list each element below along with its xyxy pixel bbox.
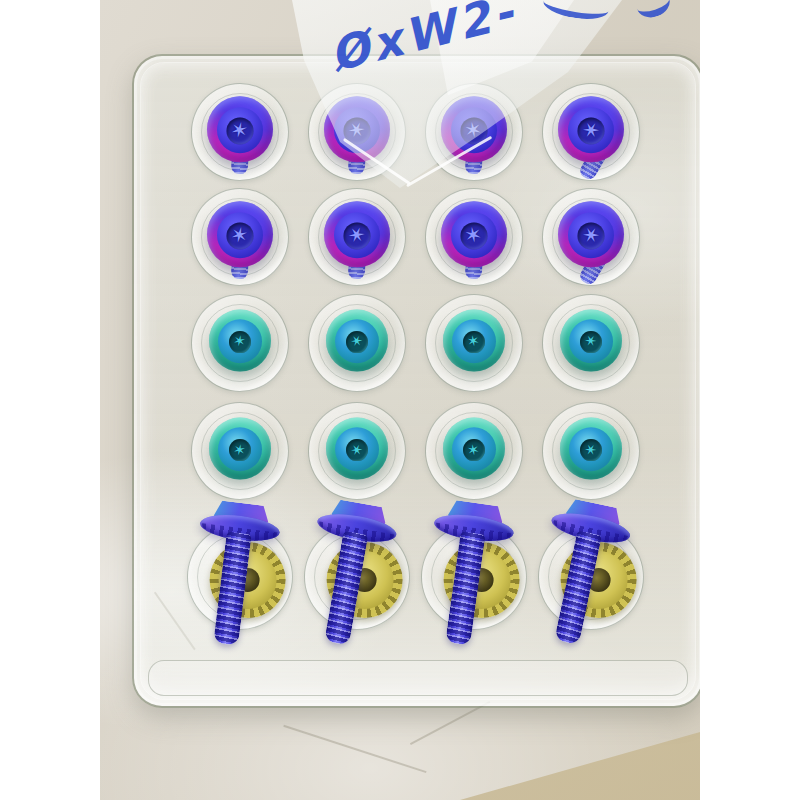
tray-cell xyxy=(298,507,415,647)
torx-recess: ✶ xyxy=(577,222,604,249)
torx-star-icon: ✶ xyxy=(344,223,369,249)
tray-cell xyxy=(415,507,532,647)
tray-cell xyxy=(532,507,649,647)
torx-star-icon: ✶ xyxy=(348,332,366,351)
tray-cell: ✶ xyxy=(181,80,298,184)
tray-cell: ✶ xyxy=(298,395,415,507)
torx-star-icon: ✶ xyxy=(581,332,600,351)
bolt-threaded-shaft xyxy=(445,531,485,645)
torx-recess: ✶ xyxy=(580,439,602,461)
tray-cell: ✶ xyxy=(415,395,532,507)
torx-recess: ✶ xyxy=(229,331,251,353)
torx-star-icon: ✶ xyxy=(348,441,366,460)
marble-scratch xyxy=(283,725,426,773)
tray-cell: ✶ xyxy=(298,184,415,290)
torx-star-icon: ✶ xyxy=(577,117,603,144)
torx-star-icon: ✶ xyxy=(466,333,481,350)
tray-cell: ✶ xyxy=(415,184,532,290)
torx-recess: ✶ xyxy=(229,439,251,461)
tray-cell: ✶ xyxy=(532,290,649,395)
tray-cell: ✶ xyxy=(532,395,649,507)
torx-recess: ✶ xyxy=(343,222,370,249)
bolt-threaded-shaft xyxy=(213,531,251,645)
tray-cell: ✶ xyxy=(415,290,532,395)
blue-flange-bolt xyxy=(411,497,521,658)
bolt-threaded-shaft xyxy=(324,531,368,646)
torx-recess: ✶ xyxy=(226,222,253,249)
tray-cell: ✶ xyxy=(532,184,649,290)
torx-recess: ✶ xyxy=(463,439,485,461)
handwriting-stroke xyxy=(633,0,674,22)
bolt-threaded-shaft xyxy=(554,530,602,645)
torx-recess: ✶ xyxy=(226,117,253,144)
torx-star-icon: ✶ xyxy=(466,442,481,459)
blue-flange-bolt xyxy=(179,498,287,658)
torx-recess: ✶ xyxy=(346,331,368,353)
torx-star-icon: ✶ xyxy=(463,224,484,248)
torx-recess: ✶ xyxy=(463,331,485,353)
torx-star-icon: ✶ xyxy=(229,224,251,248)
torx-recess: ✶ xyxy=(346,439,368,461)
torx-recess: ✶ xyxy=(580,331,602,353)
tray-cell: ✶ xyxy=(298,290,415,395)
tray-cell: ✶ xyxy=(532,80,649,184)
tray-cell: ✶ xyxy=(181,184,298,290)
tray-cell: ✶ xyxy=(181,395,298,507)
photo: ✶ ✶ ✶ ✶ ✶ xyxy=(100,0,700,800)
tray-cell xyxy=(181,507,298,647)
blue-flange-bolt xyxy=(290,496,405,659)
torx-star-icon: ✶ xyxy=(232,333,247,350)
blue-flange-bolt xyxy=(520,494,639,659)
torx-recess: ✶ xyxy=(460,222,487,249)
torx-star-icon: ✶ xyxy=(577,222,603,249)
torx-star-icon: ✶ xyxy=(232,441,247,458)
torx-star-icon: ✶ xyxy=(229,119,251,143)
tray-cell: ✶ xyxy=(181,290,298,395)
torx-star-icon: ✶ xyxy=(581,440,600,459)
torx-recess: ✶ xyxy=(577,117,604,144)
